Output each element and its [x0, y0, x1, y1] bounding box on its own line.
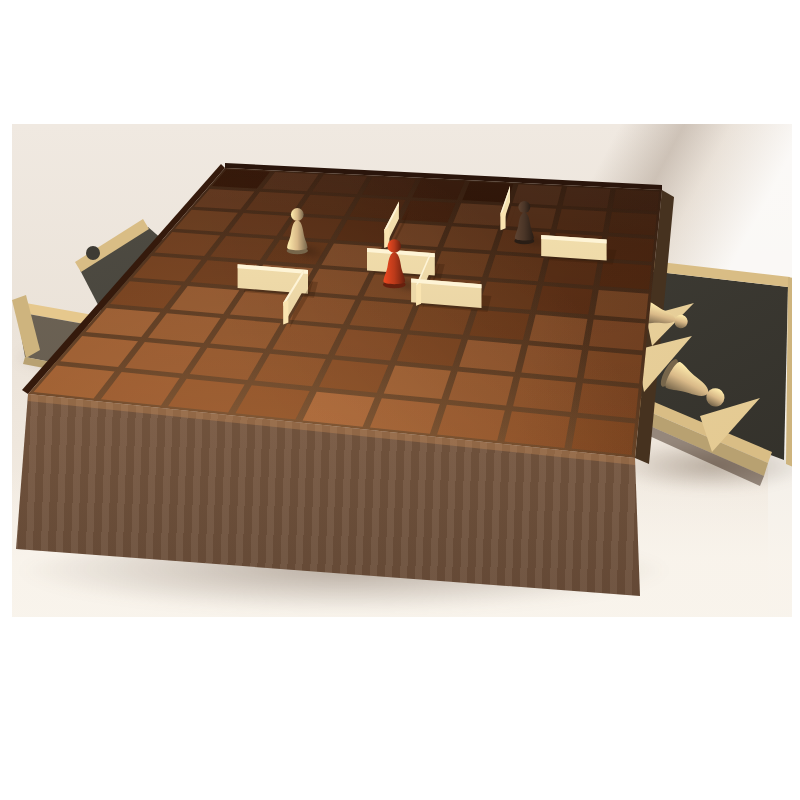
pawn-dark: [510, 200, 539, 246]
pawn-light: [282, 207, 313, 256]
pawn-red: [378, 238, 411, 290]
screenshot-root: Quoridor: [0, 0, 800, 800]
scene: [12, 124, 792, 617]
photo: [12, 124, 792, 617]
left-drawer-notch: [86, 246, 100, 260]
